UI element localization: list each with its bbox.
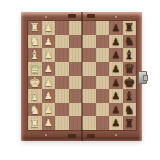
square[interactable]: ♜ bbox=[28, 21, 42, 35]
piece-bP[interactable]: ♟ bbox=[111, 77, 120, 87]
piece-bP[interactable]: ♟ bbox=[111, 36, 120, 46]
square[interactable]: ♜ bbox=[28, 116, 42, 130]
square[interactable] bbox=[55, 48, 69, 62]
square[interactable] bbox=[82, 103, 96, 117]
square[interactable]: ♟ bbox=[109, 62, 123, 76]
chess-board: ♜♟♟♜♞♟♟♞♝♟♟♝♛♟♟♛♚♟♟♚♝♟♟♝♞♟♟♞♜♟♟♜ bbox=[21, 12, 142, 141]
square[interactable]: ♟ bbox=[42, 116, 56, 130]
square[interactable]: ♟ bbox=[109, 76, 123, 90]
square[interactable]: ♟ bbox=[42, 89, 56, 103]
screw-dot bbox=[45, 16, 47, 18]
square[interactable] bbox=[55, 76, 69, 90]
square[interactable] bbox=[82, 62, 96, 76]
square[interactable] bbox=[55, 35, 69, 49]
square[interactable]: ♞ bbox=[123, 103, 137, 117]
piece-wB[interactable]: ♝ bbox=[29, 49, 40, 61]
piece-bB[interactable]: ♝ bbox=[124, 49, 135, 61]
piece-wQ[interactable]: ♛ bbox=[29, 62, 41, 75]
piece-bP[interactable]: ♟ bbox=[111, 91, 120, 101]
square[interactable] bbox=[55, 89, 69, 103]
square[interactable] bbox=[96, 76, 110, 90]
square[interactable] bbox=[55, 21, 69, 35]
square[interactable] bbox=[55, 116, 69, 130]
piece-wB[interactable]: ♝ bbox=[29, 89, 40, 101]
piece-wN[interactable]: ♞ bbox=[29, 35, 40, 47]
square[interactable] bbox=[82, 116, 96, 130]
piece-wP[interactable]: ♟ bbox=[44, 50, 53, 60]
square[interactable]: ♟ bbox=[109, 21, 123, 35]
piece-wR[interactable]: ♜ bbox=[30, 22, 40, 33]
square[interactable]: ♟ bbox=[42, 48, 56, 62]
square[interactable]: ♝ bbox=[123, 48, 137, 62]
square[interactable]: ♟ bbox=[42, 103, 56, 117]
piece-wP[interactable]: ♟ bbox=[44, 23, 53, 33]
hinge-icon bbox=[87, 134, 95, 138]
square[interactable]: ♞ bbox=[28, 103, 42, 117]
square[interactable]: ♟ bbox=[42, 21, 56, 35]
piece-bP[interactable]: ♟ bbox=[111, 63, 120, 73]
square[interactable]: ♟ bbox=[109, 116, 123, 130]
piece-bP[interactable]: ♟ bbox=[111, 50, 120, 60]
square[interactable] bbox=[82, 35, 96, 49]
product-photo: ♜♟♟♜♞♟♟♞♝♟♟♝♛♟♟♛♚♟♟♚♝♟♟♝♞♟♟♞♜♟♟♜ bbox=[0, 0, 160, 160]
piece-bQ[interactable]: ♛ bbox=[123, 62, 135, 75]
screw-dot bbox=[115, 16, 117, 18]
piece-bN[interactable]: ♞ bbox=[124, 35, 135, 47]
square[interactable] bbox=[82, 89, 96, 103]
piece-bB[interactable]: ♝ bbox=[124, 89, 135, 101]
piece-bK[interactable]: ♚ bbox=[123, 76, 135, 89]
square[interactable]: ♚ bbox=[28, 76, 42, 90]
piece-bP[interactable]: ♟ bbox=[111, 23, 120, 33]
square[interactable] bbox=[96, 48, 110, 62]
hinge-icon bbox=[68, 14, 76, 18]
piece-bP[interactable]: ♟ bbox=[111, 118, 120, 128]
piece-wP[interactable]: ♟ bbox=[44, 36, 53, 46]
latch-clasp bbox=[138, 71, 147, 84]
center-fold-seam bbox=[81, 12, 83, 141]
square[interactable]: ♟ bbox=[42, 35, 56, 49]
square[interactable] bbox=[82, 76, 96, 90]
piece-wP[interactable]: ♟ bbox=[44, 118, 53, 128]
square[interactable]: ♟ bbox=[109, 48, 123, 62]
square[interactable]: ♟ bbox=[42, 76, 56, 90]
square[interactable]: ♟ bbox=[42, 62, 56, 76]
square[interactable]: ♟ bbox=[109, 35, 123, 49]
screw-dot bbox=[115, 134, 117, 136]
square[interactable]: ♜ bbox=[123, 21, 137, 35]
square[interactable]: ♝ bbox=[123, 89, 137, 103]
square[interactable]: ♛ bbox=[123, 62, 137, 76]
square[interactable] bbox=[96, 116, 110, 130]
square[interactable]: ♟ bbox=[109, 103, 123, 117]
square[interactable]: ♝ bbox=[28, 48, 42, 62]
square[interactable] bbox=[82, 48, 96, 62]
piece-bP[interactable]: ♟ bbox=[111, 104, 120, 114]
piece-wP[interactable]: ♟ bbox=[44, 91, 53, 101]
piece-wK[interactable]: ♚ bbox=[29, 76, 41, 89]
square[interactable]: ♞ bbox=[123, 35, 137, 49]
square[interactable] bbox=[96, 103, 110, 117]
square[interactable]: ♝ bbox=[28, 89, 42, 103]
hinge-icon bbox=[68, 134, 76, 138]
square[interactable] bbox=[96, 62, 110, 76]
square[interactable] bbox=[96, 35, 110, 49]
square[interactable] bbox=[55, 103, 69, 117]
hinge-icon bbox=[87, 14, 95, 18]
square[interactable]: ♞ bbox=[28, 35, 42, 49]
square[interactable] bbox=[55, 62, 69, 76]
piece-wR[interactable]: ♜ bbox=[30, 117, 40, 128]
square[interactable] bbox=[96, 21, 110, 35]
square[interactable]: ♚ bbox=[123, 76, 137, 90]
piece-wN[interactable]: ♞ bbox=[29, 103, 40, 115]
square[interactable] bbox=[96, 89, 110, 103]
square[interactable] bbox=[82, 21, 96, 35]
square[interactable]: ♛ bbox=[28, 62, 42, 76]
square[interactable]: ♟ bbox=[109, 89, 123, 103]
square[interactable]: ♜ bbox=[123, 116, 137, 130]
piece-wP[interactable]: ♟ bbox=[44, 104, 53, 114]
piece-bR[interactable]: ♜ bbox=[124, 117, 134, 128]
piece-bN[interactable]: ♞ bbox=[124, 103, 135, 115]
screw-dot bbox=[45, 134, 47, 136]
piece-wP[interactable]: ♟ bbox=[44, 77, 53, 87]
piece-bR[interactable]: ♜ bbox=[124, 22, 134, 33]
piece-wP[interactable]: ♟ bbox=[44, 63, 53, 73]
